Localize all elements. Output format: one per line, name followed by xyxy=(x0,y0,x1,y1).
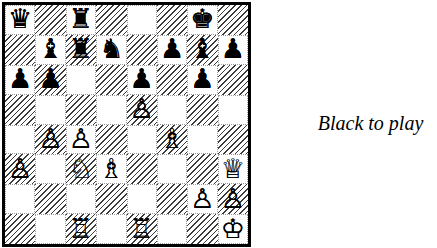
square-c8: ♜ xyxy=(66,5,96,35)
square-d6 xyxy=(96,65,126,95)
square-d1 xyxy=(96,214,126,244)
piece-black-knight: ♞ xyxy=(99,35,123,62)
square-a2 xyxy=(5,184,35,214)
square-e7 xyxy=(127,35,157,65)
square-g7: ♝ xyxy=(187,35,217,65)
piece-white-rook: ♖ xyxy=(130,215,154,242)
square-f6 xyxy=(157,65,187,95)
square-e6: ♟ xyxy=(127,65,157,95)
square-a5 xyxy=(5,95,35,125)
square-c7: ♜ xyxy=(66,35,96,65)
square-f4: ♗ xyxy=(157,125,187,155)
square-h5 xyxy=(218,95,248,125)
piece-white-rook: ♖ xyxy=(69,215,93,242)
square-h7: ♟ xyxy=(218,35,248,65)
square-d8 xyxy=(96,5,126,35)
square-c2 xyxy=(66,184,96,214)
square-h3: ♕ xyxy=(218,154,248,184)
square-e5: ♙ xyxy=(127,95,157,125)
square-d4 xyxy=(96,125,126,155)
piece-white-bishop: ♗ xyxy=(99,155,123,182)
square-h6 xyxy=(218,65,248,95)
square-b3 xyxy=(35,154,65,184)
square-g6: ♟ xyxy=(187,65,217,95)
square-g8: ♚ xyxy=(187,5,217,35)
square-c3: ♘ xyxy=(66,154,96,184)
piece-white-king: ♔ xyxy=(221,215,245,242)
square-h4 xyxy=(218,125,248,155)
square-h1: ♔ xyxy=(218,214,248,244)
square-a4 xyxy=(5,125,35,155)
square-f8 xyxy=(157,5,187,35)
square-h8 xyxy=(218,5,248,35)
chess-diagram: ♛♜♚♝♜♞♟♝♟♟♟♟♟♙♙♙♗♙♘♗♕♙♙♖♖♔ Black to play xyxy=(0,0,437,248)
square-d3: ♗ xyxy=(96,154,126,184)
chess-board: ♛♜♚♝♜♞♟♝♟♟♟♟♟♙♙♙♗♙♘♗♕♙♙♖♖♔ xyxy=(2,2,251,247)
square-d7: ♞ xyxy=(96,35,126,65)
square-f5 xyxy=(157,95,187,125)
piece-black-pawn: ♟ xyxy=(221,35,245,62)
square-f3 xyxy=(157,154,187,184)
square-e2 xyxy=(127,184,157,214)
piece-black-bishop: ♝ xyxy=(38,35,62,62)
piece-black-rook: ♜ xyxy=(69,35,93,62)
piece-black-pawn: ♟ xyxy=(8,65,32,92)
piece-white-pawn: ♙ xyxy=(8,155,32,182)
square-a1 xyxy=(5,214,35,244)
square-g4 xyxy=(187,125,217,155)
piece-white-bishop: ♗ xyxy=(160,125,184,152)
side-to-move-label: Black to play xyxy=(304,112,437,135)
square-c4: ♙ xyxy=(66,125,96,155)
square-f7: ♟ xyxy=(157,35,187,65)
square-c1: ♖ xyxy=(66,214,96,244)
square-e8 xyxy=(127,5,157,35)
square-e4 xyxy=(127,125,157,155)
square-g2: ♙ xyxy=(187,184,217,214)
square-b8 xyxy=(35,5,65,35)
square-d2 xyxy=(96,184,126,214)
square-f2 xyxy=(157,184,187,214)
square-a6: ♟ xyxy=(5,65,35,95)
square-g3 xyxy=(187,154,217,184)
square-b1 xyxy=(35,214,65,244)
piece-white-knight: ♘ xyxy=(69,155,93,182)
square-e1: ♖ xyxy=(127,214,157,244)
piece-black-pawn: ♟ xyxy=(38,65,62,92)
square-d5 xyxy=(96,95,126,125)
piece-black-pawn: ♟ xyxy=(190,65,214,92)
piece-white-queen: ♕ xyxy=(221,155,245,182)
square-b5 xyxy=(35,95,65,125)
square-a7 xyxy=(5,35,35,65)
square-f1 xyxy=(157,214,187,244)
square-g5 xyxy=(187,95,217,125)
piece-black-bishop: ♝ xyxy=(190,35,214,62)
square-b6: ♟ xyxy=(35,65,65,95)
square-c6 xyxy=(66,65,96,95)
piece-white-pawn: ♙ xyxy=(221,185,245,212)
piece-white-pawn: ♙ xyxy=(190,185,214,212)
square-b4: ♙ xyxy=(35,125,65,155)
piece-black-pawn: ♟ xyxy=(160,35,184,62)
piece-white-pawn: ♙ xyxy=(130,95,154,122)
piece-black-queen: ♛ xyxy=(8,5,32,32)
piece-white-pawn: ♙ xyxy=(38,125,62,152)
square-b2 xyxy=(35,184,65,214)
square-h2: ♙ xyxy=(218,184,248,214)
square-g1 xyxy=(187,214,217,244)
square-b7: ♝ xyxy=(35,35,65,65)
piece-white-pawn: ♙ xyxy=(69,125,93,152)
square-e3 xyxy=(127,154,157,184)
piece-black-pawn: ♟ xyxy=(130,65,154,92)
square-a3: ♙ xyxy=(5,154,35,184)
piece-black-king: ♚ xyxy=(190,5,214,32)
piece-black-rook: ♜ xyxy=(69,5,93,32)
square-a8: ♛ xyxy=(5,5,35,35)
square-c5 xyxy=(66,95,96,125)
